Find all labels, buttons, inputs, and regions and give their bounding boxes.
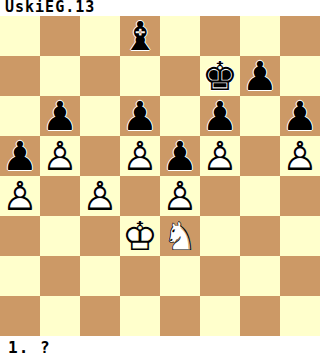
white-pawn-fill: ♟ xyxy=(280,136,320,176)
piece-black-king: ♚ xyxy=(200,56,240,96)
piece-white-pawn: ♙ xyxy=(80,176,120,216)
square-d1[interactable] xyxy=(120,296,160,336)
white-pawn-fill: ♟ xyxy=(120,136,160,176)
square-c6[interactable] xyxy=(80,96,120,136)
square-g4[interactable] xyxy=(240,176,280,216)
square-e2[interactable] xyxy=(160,256,200,296)
square-f7[interactable]: ♚ xyxy=(200,56,240,96)
white-knight-fill: ♞ xyxy=(160,216,200,256)
piece-black-pawn: ♟ xyxy=(200,96,240,136)
square-h7[interactable] xyxy=(280,56,320,96)
piece-white-knight: ♘ xyxy=(160,216,200,256)
piece-white-king: ♔ xyxy=(120,216,160,256)
square-a5[interactable]: ♟ xyxy=(0,136,40,176)
square-c3[interactable] xyxy=(80,216,120,256)
piece-white-pawn: ♙ xyxy=(200,136,240,176)
white-king-fill: ♚ xyxy=(120,216,160,256)
square-h2[interactable] xyxy=(280,256,320,296)
piece-white-pawn: ♙ xyxy=(160,176,200,216)
piece-white-pawn: ♙ xyxy=(120,136,160,176)
square-e6[interactable] xyxy=(160,96,200,136)
square-g5[interactable] xyxy=(240,136,280,176)
square-b6[interactable]: ♟ xyxy=(40,96,80,136)
square-h8[interactable] xyxy=(280,16,320,56)
diagram-title: UskiEG.13 xyxy=(0,0,320,16)
square-e5[interactable]: ♟ xyxy=(160,136,200,176)
square-h5[interactable]: ♟♙ xyxy=(280,136,320,176)
piece-black-pawn: ♟ xyxy=(160,136,200,176)
square-b1[interactable] xyxy=(40,296,80,336)
piece-white-pawn: ♙ xyxy=(0,176,40,216)
square-h4[interactable] xyxy=(280,176,320,216)
square-b7[interactable] xyxy=(40,56,80,96)
square-g3[interactable] xyxy=(240,216,280,256)
square-f3[interactable] xyxy=(200,216,240,256)
square-d6[interactable]: ♟ xyxy=(120,96,160,136)
square-g8[interactable] xyxy=(240,16,280,56)
square-d7[interactable] xyxy=(120,56,160,96)
square-d8[interactable]: ♝ xyxy=(120,16,160,56)
square-b8[interactable] xyxy=(40,16,80,56)
square-b4[interactable] xyxy=(40,176,80,216)
white-pawn-fill: ♟ xyxy=(200,136,240,176)
square-d3[interactable]: ♚♔ xyxy=(120,216,160,256)
piece-black-pawn: ♟ xyxy=(240,56,280,96)
square-b5[interactable]: ♟♙ xyxy=(40,136,80,176)
square-c4[interactable]: ♟♙ xyxy=(80,176,120,216)
square-c7[interactable] xyxy=(80,56,120,96)
square-d2[interactable] xyxy=(120,256,160,296)
chess-diagram: UskiEG.13 ♝♚♟♟♟♟♟♟♟♙♟♙♟♟♙♟♙♟♙♟♙♟♙♚♔♞♘ 1.… xyxy=(0,0,320,360)
square-f6[interactable]: ♟ xyxy=(200,96,240,136)
square-c5[interactable] xyxy=(80,136,120,176)
square-a3[interactable] xyxy=(0,216,40,256)
square-e4[interactable]: ♟♙ xyxy=(160,176,200,216)
square-h6[interactable]: ♟ xyxy=(280,96,320,136)
square-h3[interactable] xyxy=(280,216,320,256)
square-a6[interactable] xyxy=(0,96,40,136)
square-a8[interactable] xyxy=(0,16,40,56)
square-f4[interactable] xyxy=(200,176,240,216)
piece-black-pawn: ♟ xyxy=(120,96,160,136)
piece-white-pawn: ♙ xyxy=(40,136,80,176)
square-f5[interactable]: ♟♙ xyxy=(200,136,240,176)
square-h1[interactable] xyxy=(280,296,320,336)
square-f8[interactable] xyxy=(200,16,240,56)
square-a1[interactable] xyxy=(0,296,40,336)
chess-board: ♝♚♟♟♟♟♟♟♟♙♟♙♟♟♙♟♙♟♙♟♙♟♙♚♔♞♘ xyxy=(0,16,320,336)
square-b2[interactable] xyxy=(40,256,80,296)
square-e7[interactable] xyxy=(160,56,200,96)
white-pawn-fill: ♟ xyxy=(80,176,120,216)
square-d5[interactable]: ♟♙ xyxy=(120,136,160,176)
square-f1[interactable] xyxy=(200,296,240,336)
square-f2[interactable] xyxy=(200,256,240,296)
piece-black-pawn: ♟ xyxy=(280,96,320,136)
square-d4[interactable] xyxy=(120,176,160,216)
square-b3[interactable] xyxy=(40,216,80,256)
piece-black-bishop: ♝ xyxy=(120,16,160,56)
white-pawn-fill: ♟ xyxy=(0,176,40,216)
piece-black-pawn: ♟ xyxy=(0,136,40,176)
square-e1[interactable] xyxy=(160,296,200,336)
piece-white-pawn: ♙ xyxy=(280,136,320,176)
square-a4[interactable]: ♟♙ xyxy=(0,176,40,216)
square-e3[interactable]: ♞♘ xyxy=(160,216,200,256)
square-g6[interactable] xyxy=(240,96,280,136)
square-c1[interactable] xyxy=(80,296,120,336)
square-c8[interactable] xyxy=(80,16,120,56)
square-g2[interactable] xyxy=(240,256,280,296)
piece-black-pawn: ♟ xyxy=(40,96,80,136)
square-g7[interactable]: ♟ xyxy=(240,56,280,96)
square-a7[interactable] xyxy=(0,56,40,96)
move-prompt: 1. ? xyxy=(0,336,320,360)
square-a2[interactable] xyxy=(0,256,40,296)
square-g1[interactable] xyxy=(240,296,280,336)
square-e8[interactable] xyxy=(160,16,200,56)
square-c2[interactable] xyxy=(80,256,120,296)
white-pawn-fill: ♟ xyxy=(40,136,80,176)
white-pawn-fill: ♟ xyxy=(160,176,200,216)
